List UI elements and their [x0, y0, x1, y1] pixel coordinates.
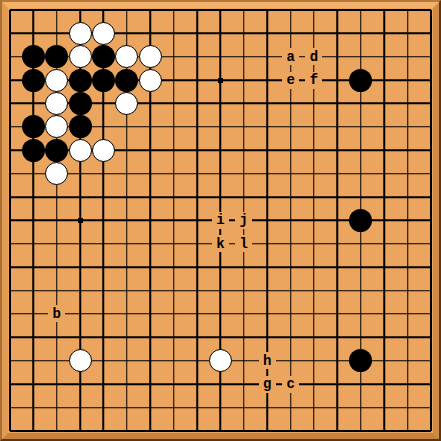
intersection-c12-r11[interactable] [256, 232, 279, 255]
intersection-c9-r2[interactable] [185, 22, 208, 45]
intersection-c5-r13[interactable] [92, 279, 115, 302]
intersection-c10-r18[interactable] [209, 396, 232, 419]
intersection-c19-r3[interactable] [419, 45, 433, 68]
intersection-c19-r7[interactable] [419, 139, 433, 162]
intersection-c14-r5[interactable] [302, 92, 325, 115]
intersection-c2-r11[interactable] [22, 232, 45, 255]
intersection-c11-r16[interactable] [232, 349, 255, 372]
intersection-c5-r9[interactable] [92, 185, 115, 208]
intersection-c9-r13[interactable] [185, 279, 208, 302]
intersection-c14-r11[interactable] [302, 232, 325, 255]
intersection-c9-r8[interactable] [185, 162, 208, 185]
intersection-c3-r9[interactable] [45, 185, 68, 208]
intersection-c13-r2[interactable] [279, 22, 302, 45]
intersection-c9-r3[interactable] [185, 45, 208, 68]
intersection-c9-r14[interactable] [185, 302, 208, 325]
intersection-c17-r7[interactable] [372, 139, 395, 162]
intersection-c12-r19[interactable] [256, 419, 279, 433]
intersection-c18-r15[interactable] [396, 326, 419, 349]
intersection-c9-r9[interactable] [185, 185, 208, 208]
intersection-c9-r11[interactable] [185, 232, 208, 255]
intersection-c3-r8[interactable] [45, 162, 68, 185]
intersection-c12-r7[interactable] [256, 139, 279, 162]
intersection-c7-r3[interactable] [139, 45, 162, 68]
intersection-c14-r3[interactable]: d [302, 45, 325, 68]
intersection-c3-r5[interactable] [45, 92, 68, 115]
intersection-c6-r16[interactable] [115, 349, 138, 372]
intersection-c11-r7[interactable] [232, 139, 255, 162]
intersection-c17-r9[interactable] [372, 185, 395, 208]
intersection-c13-r12[interactable] [279, 256, 302, 279]
intersection-c10-r4[interactable] [209, 68, 232, 91]
intersection-c16-r13[interactable] [349, 279, 372, 302]
intersection-c8-r1[interactable] [162, 8, 185, 22]
intersection-c17-r15[interactable] [372, 326, 395, 349]
intersection-c18-r5[interactable] [396, 92, 419, 115]
intersection-c4-r14[interactable] [68, 302, 91, 325]
intersection-c3-r6[interactable] [45, 115, 68, 138]
intersection-c19-r8[interactable] [419, 162, 433, 185]
intersection-c2-r15[interactable] [22, 326, 45, 349]
intersection-c9-r16[interactable] [185, 349, 208, 372]
intersection-c16-r9[interactable] [349, 185, 372, 208]
intersection-c15-r8[interactable] [326, 162, 349, 185]
intersection-c1-r18[interactable] [8, 396, 22, 419]
intersection-c8-r15[interactable] [162, 326, 185, 349]
intersection-c1-r4[interactable] [8, 68, 22, 91]
intersection-c19-r9[interactable] [419, 185, 433, 208]
intersection-c18-r3[interactable] [396, 45, 419, 68]
intersection-c19-r16[interactable] [419, 349, 433, 372]
intersection-c1-r13[interactable] [8, 279, 22, 302]
intersection-c18-r11[interactable] [396, 232, 419, 255]
intersection-c11-r13[interactable] [232, 279, 255, 302]
intersection-c15-r12[interactable] [326, 256, 349, 279]
intersection-c14-r18[interactable] [302, 396, 325, 419]
intersection-c17-r1[interactable] [372, 8, 395, 22]
intersection-c15-r11[interactable] [326, 232, 349, 255]
intersection-c8-r4[interactable] [162, 68, 185, 91]
intersection-c15-r17[interactable] [326, 372, 349, 395]
intersection-c13-r9[interactable] [279, 185, 302, 208]
intersection-c17-r14[interactable] [372, 302, 395, 325]
intersection-c18-r8[interactable] [396, 162, 419, 185]
intersection-c11-r12[interactable] [232, 256, 255, 279]
intersection-c4-r17[interactable] [68, 372, 91, 395]
intersection-c18-r7[interactable] [396, 139, 419, 162]
intersection-c4-r5[interactable] [68, 92, 91, 115]
intersection-c10-r13[interactable] [209, 279, 232, 302]
intersection-c2-r9[interactable] [22, 185, 45, 208]
intersection-c13-r11[interactable] [279, 232, 302, 255]
intersection-c18-r12[interactable] [396, 256, 419, 279]
intersection-c14-r1[interactable] [302, 8, 325, 22]
intersection-c6-r4[interactable] [115, 68, 138, 91]
intersection-c3-r13[interactable] [45, 279, 68, 302]
intersection-c18-r4[interactable] [396, 68, 419, 91]
intersection-c1-r9[interactable] [8, 185, 22, 208]
intersection-c8-r16[interactable] [162, 349, 185, 372]
intersection-c3-r1[interactable] [45, 8, 68, 22]
intersection-c1-r12[interactable] [8, 256, 22, 279]
intersection-c12-r17[interactable]: g [256, 372, 279, 395]
intersection-c3-r16[interactable] [45, 349, 68, 372]
intersection-c10-r6[interactable] [209, 115, 232, 138]
intersection-c19-r1[interactable] [419, 8, 433, 22]
intersection-c19-r18[interactable] [419, 396, 433, 419]
intersection-c16-r1[interactable] [349, 8, 372, 22]
intersection-c15-r9[interactable] [326, 185, 349, 208]
intersection-c6-r3[interactable] [115, 45, 138, 68]
intersection-c14-r12[interactable] [302, 256, 325, 279]
intersection-c8-r19[interactable] [162, 419, 185, 433]
intersection-c8-r17[interactable] [162, 372, 185, 395]
intersection-c12-r8[interactable] [256, 162, 279, 185]
intersection-c5-r14[interactable] [92, 302, 115, 325]
intersection-c15-r19[interactable] [326, 419, 349, 433]
intersection-c12-r18[interactable] [256, 396, 279, 419]
intersection-c7-r6[interactable] [139, 115, 162, 138]
intersection-c5-r8[interactable] [92, 162, 115, 185]
intersection-c14-r9[interactable] [302, 185, 325, 208]
intersection-c7-r18[interactable] [139, 396, 162, 419]
intersection-c12-r14[interactable] [256, 302, 279, 325]
intersection-c4-r3[interactable] [68, 45, 91, 68]
intersection-c7-r16[interactable] [139, 349, 162, 372]
intersection-c4-r18[interactable] [68, 396, 91, 419]
intersection-c18-r2[interactable] [396, 22, 419, 45]
intersection-c19-r13[interactable] [419, 279, 433, 302]
intersection-c2-r6[interactable] [22, 115, 45, 138]
intersection-c4-r13[interactable] [68, 279, 91, 302]
intersection-c10-r3[interactable] [209, 45, 232, 68]
intersection-c1-r6[interactable] [8, 115, 22, 138]
intersection-c17-r6[interactable] [372, 115, 395, 138]
intersection-c18-r1[interactable] [396, 8, 419, 22]
intersection-c1-r8[interactable] [8, 162, 22, 185]
intersection-c3-r4[interactable] [45, 68, 68, 91]
intersection-c1-r7[interactable] [8, 139, 22, 162]
intersection-c5-r18[interactable] [92, 396, 115, 419]
intersection-c2-r2[interactable] [22, 22, 45, 45]
intersection-c18-r18[interactable] [396, 396, 419, 419]
intersection-c12-r6[interactable] [256, 115, 279, 138]
intersection-c10-r16[interactable] [209, 349, 232, 372]
intersection-c19-r10[interactable] [419, 209, 433, 232]
intersection-c1-r10[interactable] [8, 209, 22, 232]
intersection-c11-r19[interactable] [232, 419, 255, 433]
intersection-c3-r10[interactable] [45, 209, 68, 232]
intersection-c3-r15[interactable] [45, 326, 68, 349]
intersection-c16-r19[interactable] [349, 419, 372, 433]
intersection-c14-r15[interactable] [302, 326, 325, 349]
intersection-c11-r14[interactable] [232, 302, 255, 325]
intersection-c16-r18[interactable] [349, 396, 372, 419]
intersection-c15-r3[interactable] [326, 45, 349, 68]
intersection-c13-r17[interactable]: c [279, 372, 302, 395]
intersection-c4-r10[interactable] [68, 209, 91, 232]
intersection-c13-r10[interactable] [279, 209, 302, 232]
intersection-c16-r17[interactable] [349, 372, 372, 395]
intersection-c14-r16[interactable] [302, 349, 325, 372]
intersection-c5-r16[interactable] [92, 349, 115, 372]
intersection-c15-r13[interactable] [326, 279, 349, 302]
intersection-c7-r1[interactable] [139, 8, 162, 22]
intersection-c2-r19[interactable] [22, 419, 45, 433]
intersection-c15-r10[interactable] [326, 209, 349, 232]
intersection-c6-r9[interactable] [115, 185, 138, 208]
intersection-c19-r15[interactable] [419, 326, 433, 349]
intersection-c9-r17[interactable] [185, 372, 208, 395]
intersection-c4-r15[interactable] [68, 326, 91, 349]
intersection-c5-r5[interactable] [92, 92, 115, 115]
intersection-c10-r11[interactable]: k [209, 232, 232, 255]
intersection-c17-r2[interactable] [372, 22, 395, 45]
intersection-c13-r8[interactable] [279, 162, 302, 185]
intersection-c12-r4[interactable] [256, 68, 279, 91]
intersection-c18-r13[interactable] [396, 279, 419, 302]
intersection-c1-r14[interactable] [8, 302, 22, 325]
intersection-c5-r6[interactable] [92, 115, 115, 138]
intersection-c1-r16[interactable] [8, 349, 22, 372]
intersection-c15-r1[interactable] [326, 8, 349, 22]
intersection-c13-r7[interactable] [279, 139, 302, 162]
intersection-c19-r5[interactable] [419, 92, 433, 115]
intersection-c5-r11[interactable] [92, 232, 115, 255]
intersection-c3-r3[interactable] [45, 45, 68, 68]
intersection-c8-r10[interactable] [162, 209, 185, 232]
intersection-c10-r10[interactable]: i [209, 209, 232, 232]
intersection-c6-r1[interactable] [115, 8, 138, 22]
intersection-c19-r14[interactable] [419, 302, 433, 325]
intersection-c6-r2[interactable] [115, 22, 138, 45]
intersection-c11-r11[interactable]: l [232, 232, 255, 255]
intersection-c9-r18[interactable] [185, 396, 208, 419]
intersection-c11-r2[interactable] [232, 22, 255, 45]
intersection-c13-r14[interactable] [279, 302, 302, 325]
intersection-c4-r11[interactable] [68, 232, 91, 255]
intersection-c18-r9[interactable] [396, 185, 419, 208]
intersection-c8-r9[interactable] [162, 185, 185, 208]
intersection-c17-r4[interactable] [372, 68, 395, 91]
intersection-c14-r14[interactable] [302, 302, 325, 325]
intersection-c6-r5[interactable] [115, 92, 138, 115]
intersection-c8-r8[interactable] [162, 162, 185, 185]
intersection-c12-r5[interactable] [256, 92, 279, 115]
intersection-c18-r16[interactable] [396, 349, 419, 372]
intersection-c17-r16[interactable] [372, 349, 395, 372]
intersection-c4-r6[interactable] [68, 115, 91, 138]
intersection-c7-r15[interactable] [139, 326, 162, 349]
intersection-c13-r13[interactable] [279, 279, 302, 302]
intersection-c18-r14[interactable] [396, 302, 419, 325]
intersection-c7-r12[interactable] [139, 256, 162, 279]
intersection-c19-r6[interactable] [419, 115, 433, 138]
intersection-c10-r2[interactable] [209, 22, 232, 45]
intersection-c19-r17[interactable] [419, 372, 433, 395]
intersection-c10-r1[interactable] [209, 8, 232, 22]
intersection-c13-r4[interactable]: e [279, 68, 302, 91]
intersection-c14-r19[interactable] [302, 419, 325, 433]
intersection-c3-r12[interactable] [45, 256, 68, 279]
intersection-c8-r5[interactable] [162, 92, 185, 115]
intersection-c8-r7[interactable] [162, 139, 185, 162]
intersection-c10-r12[interactable] [209, 256, 232, 279]
intersection-c15-r2[interactable] [326, 22, 349, 45]
intersection-c12-r9[interactable] [256, 185, 279, 208]
intersection-c11-r9[interactable] [232, 185, 255, 208]
intersection-c12-r2[interactable] [256, 22, 279, 45]
intersection-c13-r1[interactable] [279, 8, 302, 22]
intersection-c15-r6[interactable] [326, 115, 349, 138]
intersection-c2-r7[interactable] [22, 139, 45, 162]
intersection-c1-r19[interactable] [8, 419, 22, 433]
intersection-c3-r14[interactable]: b [45, 302, 68, 325]
intersection-c15-r14[interactable] [326, 302, 349, 325]
intersection-c13-r16[interactable] [279, 349, 302, 372]
intersection-c2-r13[interactable] [22, 279, 45, 302]
intersection-c15-r16[interactable] [326, 349, 349, 372]
intersection-c19-r4[interactable] [419, 68, 433, 91]
intersection-c3-r17[interactable] [45, 372, 68, 395]
intersection-c12-r3[interactable] [256, 45, 279, 68]
intersection-c15-r18[interactable] [326, 396, 349, 419]
intersection-c8-r13[interactable] [162, 279, 185, 302]
intersection-c3-r7[interactable] [45, 139, 68, 162]
intersection-c2-r3[interactable] [22, 45, 45, 68]
intersection-c3-r19[interactable] [45, 419, 68, 433]
intersection-c11-r6[interactable] [232, 115, 255, 138]
intersection-c2-r16[interactable] [22, 349, 45, 372]
intersection-c1-r15[interactable] [8, 326, 22, 349]
intersection-c15-r5[interactable] [326, 92, 349, 115]
intersection-c3-r11[interactable] [45, 232, 68, 255]
intersection-c17-r10[interactable] [372, 209, 395, 232]
intersection-c1-r3[interactable] [8, 45, 22, 68]
intersection-c5-r3[interactable] [92, 45, 115, 68]
intersection-c1-r17[interactable] [8, 372, 22, 395]
intersection-c10-r8[interactable] [209, 162, 232, 185]
intersection-c11-r8[interactable] [232, 162, 255, 185]
intersection-c6-r6[interactable] [115, 115, 138, 138]
intersection-c10-r19[interactable] [209, 419, 232, 433]
intersection-c7-r8[interactable] [139, 162, 162, 185]
intersection-c17-r12[interactable] [372, 256, 395, 279]
intersection-c7-r4[interactable] [139, 68, 162, 91]
intersection-c5-r15[interactable] [92, 326, 115, 349]
intersection-c16-r3[interactable] [349, 45, 372, 68]
intersection-c7-r2[interactable] [139, 22, 162, 45]
intersection-c19-r19[interactable] [419, 419, 433, 433]
intersection-c5-r4[interactable] [92, 68, 115, 91]
intersection-c17-r11[interactable] [372, 232, 395, 255]
intersection-c6-r11[interactable] [115, 232, 138, 255]
intersection-c5-r10[interactable] [92, 209, 115, 232]
intersection-c9-r5[interactable] [185, 92, 208, 115]
intersection-c13-r15[interactable] [279, 326, 302, 349]
intersection-c6-r18[interactable] [115, 396, 138, 419]
intersection-c16-r7[interactable] [349, 139, 372, 162]
intersection-c16-r12[interactable] [349, 256, 372, 279]
intersection-c9-r19[interactable] [185, 419, 208, 433]
intersection-c4-r1[interactable] [68, 8, 91, 22]
intersection-c11-r4[interactable] [232, 68, 255, 91]
intersection-c8-r11[interactable] [162, 232, 185, 255]
intersection-c9-r4[interactable] [185, 68, 208, 91]
intersection-c11-r5[interactable] [232, 92, 255, 115]
intersection-c9-r12[interactable] [185, 256, 208, 279]
intersection-c9-r1[interactable] [185, 8, 208, 22]
intersection-c11-r17[interactable] [232, 372, 255, 395]
intersection-c16-r4[interactable] [349, 68, 372, 91]
intersection-c16-r8[interactable] [349, 162, 372, 185]
intersection-c15-r15[interactable] [326, 326, 349, 349]
intersection-c16-r2[interactable] [349, 22, 372, 45]
intersection-c5-r7[interactable] [92, 139, 115, 162]
intersection-c10-r9[interactable] [209, 185, 232, 208]
intersection-c18-r6[interactable] [396, 115, 419, 138]
intersection-c11-r10[interactable]: j [232, 209, 255, 232]
intersection-c1-r5[interactable] [8, 92, 22, 115]
intersection-c1-r2[interactable] [8, 22, 22, 45]
intersection-c12-r1[interactable] [256, 8, 279, 22]
intersection-c16-r14[interactable] [349, 302, 372, 325]
intersection-c8-r12[interactable] [162, 256, 185, 279]
intersection-c6-r12[interactable] [115, 256, 138, 279]
intersection-c5-r17[interactable] [92, 372, 115, 395]
intersection-c5-r2[interactable] [92, 22, 115, 45]
intersection-c6-r14[interactable] [115, 302, 138, 325]
intersection-c16-r15[interactable] [349, 326, 372, 349]
intersection-c14-r17[interactable] [302, 372, 325, 395]
intersection-c10-r5[interactable] [209, 92, 232, 115]
intersection-c2-r8[interactable] [22, 162, 45, 185]
intersection-c4-r8[interactable] [68, 162, 91, 185]
intersection-c17-r18[interactable] [372, 396, 395, 419]
intersection-c10-r15[interactable] [209, 326, 232, 349]
intersection-c6-r19[interactable] [115, 419, 138, 433]
intersection-c8-r14[interactable] [162, 302, 185, 325]
intersection-c11-r1[interactable] [232, 8, 255, 22]
intersection-c7-r7[interactable] [139, 139, 162, 162]
intersection-c18-r10[interactable] [396, 209, 419, 232]
intersection-c19-r12[interactable] [419, 256, 433, 279]
intersection-c4-r7[interactable] [68, 139, 91, 162]
intersection-c19-r11[interactable] [419, 232, 433, 255]
intersection-c16-r6[interactable] [349, 115, 372, 138]
intersection-c17-r8[interactable] [372, 162, 395, 185]
intersection-c15-r7[interactable] [326, 139, 349, 162]
intersection-c16-r5[interactable] [349, 92, 372, 115]
intersection-c4-r16[interactable] [68, 349, 91, 372]
intersection-c17-r19[interactable] [372, 419, 395, 433]
intersection-c4-r12[interactable] [68, 256, 91, 279]
intersection-c7-r10[interactable] [139, 209, 162, 232]
intersection-c6-r7[interactable] [115, 139, 138, 162]
intersection-c2-r1[interactable] [22, 8, 45, 22]
intersection-c9-r7[interactable] [185, 139, 208, 162]
intersection-c10-r7[interactable] [209, 139, 232, 162]
intersection-c2-r12[interactable] [22, 256, 45, 279]
intersection-c5-r19[interactable] [92, 419, 115, 433]
intersection-c12-r15[interactable] [256, 326, 279, 349]
intersection-c14-r4[interactable]: f [302, 68, 325, 91]
intersection-c1-r1[interactable] [8, 8, 22, 22]
intersection-c2-r4[interactable] [22, 68, 45, 91]
intersection-c14-r2[interactable] [302, 22, 325, 45]
intersection-c18-r19[interactable] [396, 419, 419, 433]
intersection-c7-r5[interactable] [139, 92, 162, 115]
